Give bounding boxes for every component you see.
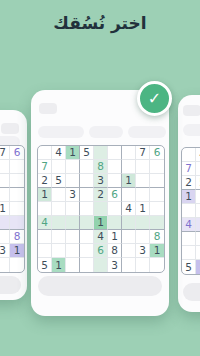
sudoku-cell bbox=[66, 216, 80, 230]
sudoku-cell bbox=[38, 202, 52, 216]
sudoku-cell bbox=[38, 230, 52, 244]
sudoku-cell bbox=[136, 216, 150, 230]
sudoku-cell bbox=[80, 230, 94, 244]
sudoku-board-green: 41576782531132641414186831513 bbox=[37, 145, 165, 273]
sudoku-cell bbox=[108, 146, 122, 160]
sudoku-cell: 2 bbox=[94, 188, 108, 202]
skeleton-pill bbox=[89, 126, 123, 138]
sudoku-cell: 1 bbox=[0, 202, 10, 216]
sudoku-cell: 3 bbox=[108, 258, 122, 272]
sudoku-cell: 3 bbox=[66, 188, 80, 202]
sudoku-cell bbox=[10, 258, 24, 272]
sudoku-cell bbox=[122, 188, 136, 202]
app-screen: اختر نُسُقك 4157678253113264141418683151… bbox=[0, 0, 200, 356]
sudoku-board-purple-right: 41576782531132641414186831513 bbox=[181, 147, 200, 275]
sudoku-cell bbox=[0, 258, 10, 272]
sudoku-cell bbox=[136, 258, 150, 272]
sudoku-cell bbox=[66, 160, 80, 174]
sudoku-cell: 1 bbox=[136, 202, 150, 216]
sudoku-cell bbox=[80, 174, 94, 188]
sudoku-cell: 7 bbox=[182, 162, 196, 176]
theme-card-purple-right[interactable]: 41576782531132641414186831513 bbox=[178, 95, 200, 312]
sudoku-cell: 1 bbox=[150, 244, 164, 258]
sudoku-cell: 4 bbox=[52, 146, 66, 160]
sudoku-cell: 1 bbox=[10, 244, 24, 258]
page-title: اختر نُسُقك bbox=[0, 13, 200, 33]
sudoku-cell bbox=[108, 202, 122, 216]
sudoku-cell bbox=[0, 188, 10, 202]
sudoku-cell bbox=[196, 204, 200, 218]
sudoku-cell bbox=[108, 160, 122, 174]
sudoku-cell: 4 bbox=[94, 230, 108, 244]
sudoku-cell bbox=[150, 202, 164, 216]
skeleton-header-block bbox=[1, 123, 19, 134]
sudoku-cell: 3 bbox=[0, 244, 10, 258]
sudoku-cell bbox=[150, 174, 164, 188]
sudoku-cell bbox=[0, 174, 10, 188]
sudoku-cell bbox=[52, 216, 66, 230]
sudoku-cell bbox=[52, 230, 66, 244]
sudoku-cell bbox=[0, 230, 10, 244]
selected-check-badge: ✓ bbox=[137, 81, 172, 116]
sudoku-cell: 2 bbox=[38, 174, 52, 188]
sudoku-cell: 4 bbox=[182, 218, 196, 232]
sudoku-cell: 1 bbox=[52, 258, 66, 272]
sudoku-cell bbox=[0, 160, 10, 174]
sudoku-cell bbox=[94, 202, 108, 216]
skeleton-pill bbox=[128, 126, 166, 138]
sudoku-cell: 1 bbox=[108, 230, 122, 244]
sudoku-cell bbox=[80, 216, 94, 230]
sudoku-cell bbox=[150, 258, 164, 272]
sudoku-cell bbox=[150, 160, 164, 174]
sudoku-cell: 7 bbox=[136, 146, 150, 160]
sudoku-cell: 8 bbox=[10, 230, 24, 244]
sudoku-cell bbox=[10, 188, 24, 202]
sudoku-cell bbox=[136, 188, 150, 202]
sudoku-cell: 1 bbox=[122, 174, 136, 188]
theme-card-purple-left[interactable]: 41576782531132641414186831513 bbox=[0, 110, 27, 300]
sudoku-cell bbox=[66, 230, 80, 244]
sudoku-cell: 6 bbox=[108, 188, 122, 202]
sudoku-cell: 8 bbox=[108, 244, 122, 258]
sudoku-cell bbox=[66, 258, 80, 272]
sudoku-cell: 1 bbox=[94, 216, 108, 230]
sudoku-cell bbox=[38, 244, 52, 258]
sudoku-cell bbox=[66, 174, 80, 188]
sudoku-board-purple-left: 41576782531132641414186831513 bbox=[0, 145, 25, 273]
sudoku-cell: 1 bbox=[38, 188, 52, 202]
skeleton-bottom-pill bbox=[183, 283, 200, 301]
check-icon: ✓ bbox=[148, 89, 161, 108]
sudoku-cell bbox=[122, 258, 136, 272]
skeleton-pill bbox=[183, 124, 200, 136]
sudoku-cell bbox=[182, 232, 196, 246]
sudoku-cell bbox=[122, 146, 136, 160]
sudoku-cell bbox=[196, 232, 200, 246]
sudoku-cell: 4 bbox=[38, 216, 52, 230]
sudoku-cell: 1 bbox=[196, 260, 200, 274]
sudoku-cell bbox=[10, 174, 24, 188]
sudoku-cell: 4 bbox=[122, 202, 136, 216]
sudoku-cell bbox=[182, 246, 196, 260]
sudoku-cell: 6 bbox=[150, 146, 164, 160]
sudoku-cell bbox=[122, 160, 136, 174]
sudoku-cell: 1 bbox=[182, 190, 196, 204]
sudoku-cell: 7 bbox=[0, 146, 10, 160]
sudoku-cell bbox=[80, 258, 94, 272]
sudoku-cell bbox=[80, 244, 94, 258]
sudoku-cell bbox=[10, 160, 24, 174]
sudoku-cell bbox=[150, 188, 164, 202]
sudoku-cell bbox=[52, 202, 66, 216]
sudoku-cell bbox=[136, 230, 150, 244]
sudoku-cell bbox=[196, 190, 200, 204]
sudoku-cell: 3 bbox=[94, 174, 108, 188]
sudoku-cell: 5 bbox=[196, 176, 200, 190]
sudoku-cell: 5 bbox=[80, 146, 94, 160]
sudoku-cell: 6 bbox=[94, 244, 108, 258]
sudoku-cell bbox=[0, 216, 10, 230]
sudoku-cell bbox=[108, 216, 122, 230]
skeleton-pill bbox=[38, 126, 84, 138]
sudoku-cell bbox=[108, 174, 122, 188]
sudoku-cell bbox=[122, 216, 136, 230]
sudoku-cell: 1 bbox=[66, 146, 80, 160]
sudoku-cell: 8 bbox=[94, 160, 108, 174]
sudoku-cell bbox=[196, 246, 200, 260]
sudoku-cell bbox=[80, 160, 94, 174]
skeleton-header-block bbox=[183, 105, 200, 116]
sudoku-cell bbox=[38, 146, 52, 160]
sudoku-cell bbox=[136, 174, 150, 188]
sudoku-cell bbox=[52, 244, 66, 258]
sudoku-cell bbox=[122, 244, 136, 258]
sudoku-cell bbox=[136, 160, 150, 174]
skeleton-bottom-pill bbox=[38, 276, 162, 296]
sudoku-cell bbox=[52, 160, 66, 174]
sudoku-cell bbox=[94, 258, 108, 272]
sudoku-cell: 8 bbox=[150, 230, 164, 244]
sudoku-cell: 6 bbox=[10, 146, 24, 160]
sudoku-cell: 5 bbox=[52, 174, 66, 188]
sudoku-cell: 7 bbox=[38, 160, 52, 174]
sudoku-cell bbox=[66, 244, 80, 258]
sudoku-cell bbox=[94, 146, 108, 160]
sudoku-cell bbox=[10, 216, 24, 230]
sudoku-cell bbox=[10, 202, 24, 216]
sudoku-cell: 5 bbox=[38, 258, 52, 272]
sudoku-cell: 5 bbox=[182, 260, 196, 274]
skeleton-header-block bbox=[39, 103, 57, 114]
theme-card-green[interactable]: 41576782531132641414186831513 bbox=[31, 90, 169, 316]
sudoku-cell bbox=[122, 230, 136, 244]
sudoku-cell bbox=[182, 204, 196, 218]
sudoku-cell: 3 bbox=[136, 244, 150, 258]
sudoku-cell bbox=[150, 216, 164, 230]
sudoku-cell: 2 bbox=[182, 176, 196, 190]
sudoku-cell bbox=[80, 188, 94, 202]
sudoku-cell bbox=[196, 218, 200, 232]
sudoku-cell bbox=[52, 188, 66, 202]
sudoku-cell bbox=[66, 202, 80, 216]
skeleton-bottom-pill bbox=[0, 276, 21, 294]
sudoku-cell: 4 bbox=[196, 148, 200, 162]
sudoku-cell bbox=[196, 162, 200, 176]
sudoku-cell bbox=[80, 202, 94, 216]
sudoku-cell bbox=[182, 148, 196, 162]
